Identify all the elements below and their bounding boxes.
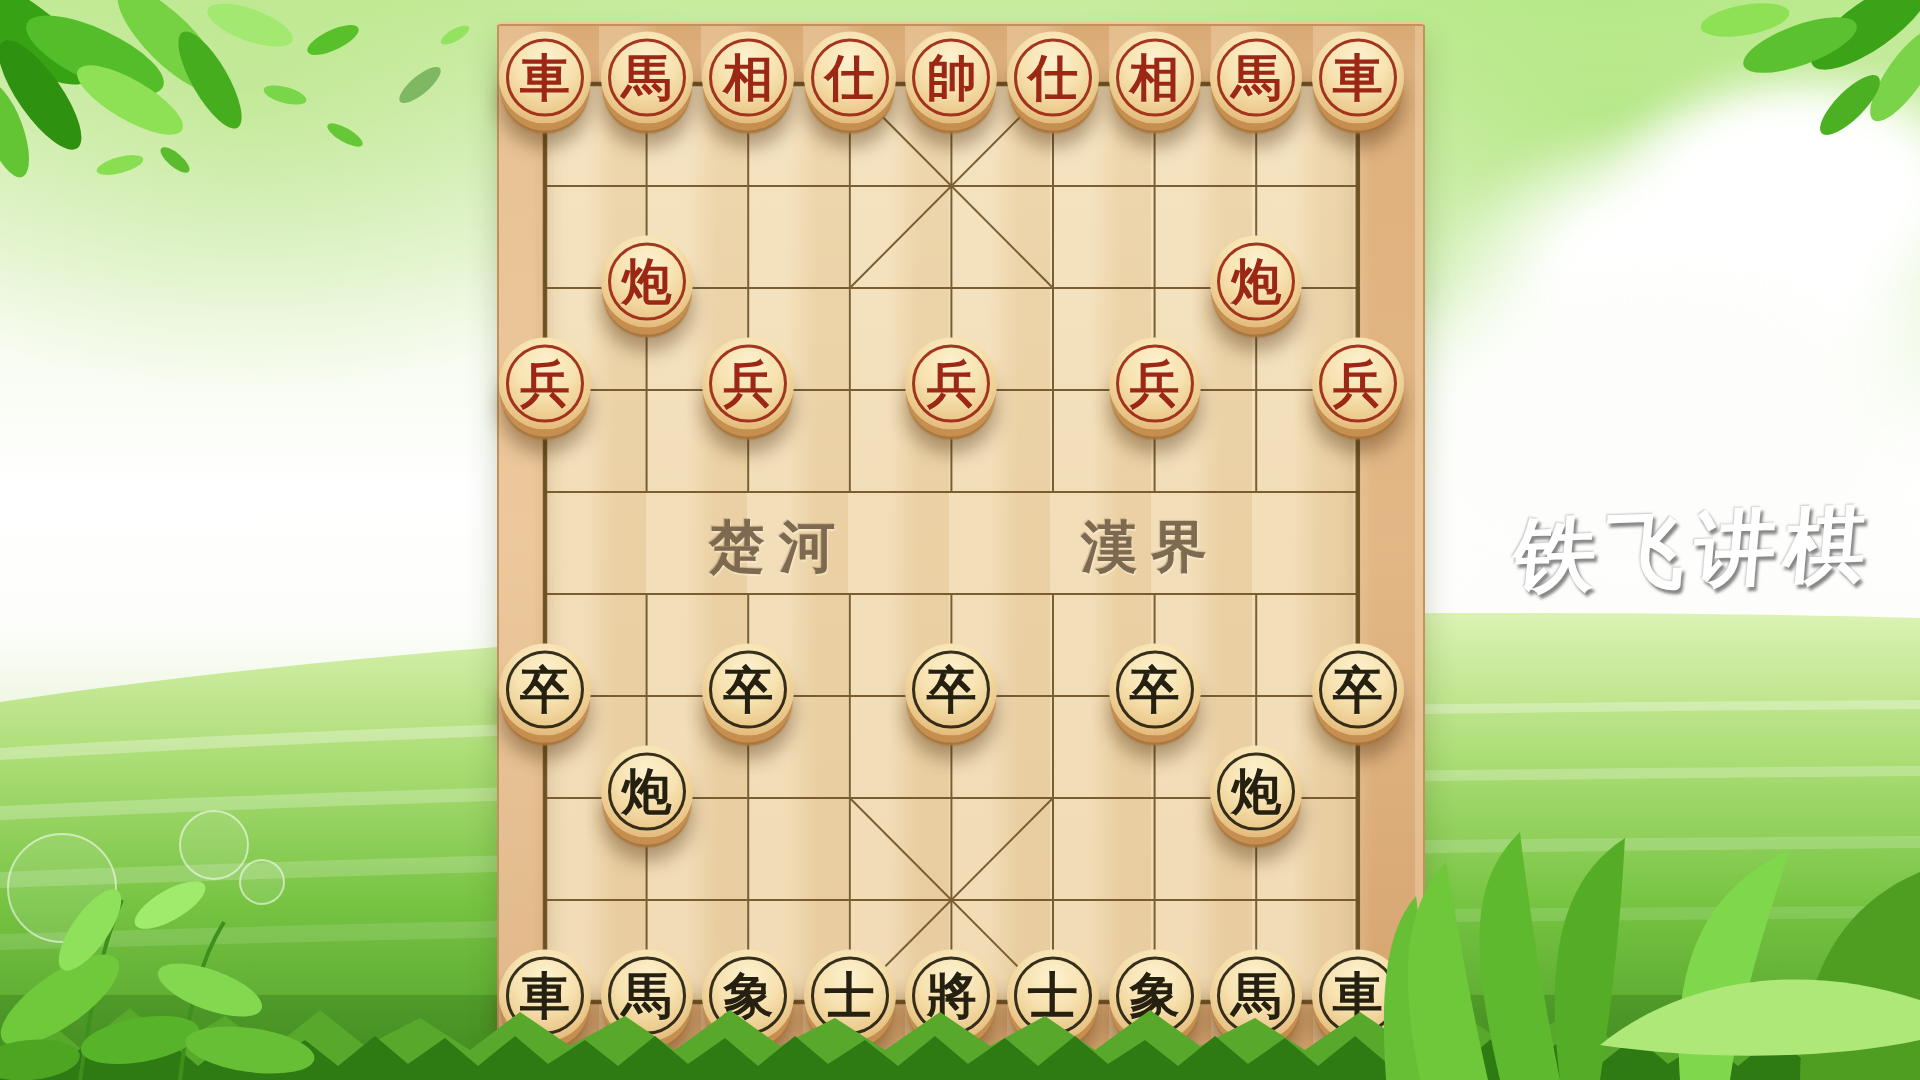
watermark-text: 铁飞讲棋: [1509, 490, 1878, 613]
grass-blades-bottom-right: [1384, 832, 1920, 1080]
